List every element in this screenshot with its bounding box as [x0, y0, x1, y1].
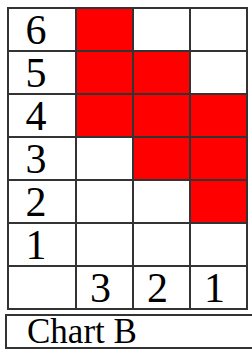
footer-corner-cell: [9, 267, 75, 308]
grid-cell-r1-c1: [191, 224, 246, 265]
grid-cell-r2-c2: [134, 181, 189, 222]
grid-cell-r6-c1: [191, 9, 246, 50]
row-label-1: 1: [9, 224, 75, 265]
grid-cell-r4-c1: [191, 95, 246, 136]
grid-cell-r3-c3: [77, 138, 132, 179]
grid-cell-r5-c3: [77, 52, 132, 93]
grid-cell-r2-c1: [191, 181, 246, 222]
chart-title: Chart B: [27, 314, 137, 349]
chart-title-box: Chart B: [5, 314, 252, 349]
col-label-2: 2: [134, 267, 189, 308]
grid-cell-r6-c3: [77, 9, 132, 50]
chart-b-figure: 6 5 4 3 2 1 3 2 1 Chart B: [0, 0, 252, 360]
grid-cell-r3-c1: [191, 138, 246, 179]
grid-cell-r2-c3: [77, 181, 132, 222]
grid-cell-r1-c3: [77, 224, 132, 265]
row-label-6: 6: [9, 9, 75, 50]
row-label-5: 5: [9, 52, 75, 93]
col-label-3: 3: [77, 267, 132, 308]
grid-cell-r1-c2: [134, 224, 189, 265]
grid-cell-r4-c2: [134, 95, 189, 136]
grid-cell-r5-c1: [191, 52, 246, 93]
row-label-3: 3: [9, 138, 75, 179]
grid-cell-r3-c2: [134, 138, 189, 179]
grid-cell-r4-c3: [77, 95, 132, 136]
chart-grid: 6 5 4 3 2 1 3 2 1: [7, 7, 248, 310]
row-label-2: 2: [9, 181, 75, 222]
grid-cell-r5-c2: [134, 52, 189, 93]
col-label-1: 1: [191, 267, 246, 308]
grid-cell-r6-c2: [134, 9, 189, 50]
row-label-4: 4: [9, 95, 75, 136]
